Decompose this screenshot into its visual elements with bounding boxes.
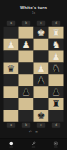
turn-indicator: White's turn (0, 0, 67, 10)
square-c6[interactable] (34, 51, 49, 63)
square-c3[interactable] (34, 86, 49, 98)
piece-wN: ♞ (52, 40, 61, 50)
file-label-a: a (7, 21, 16, 26)
nav-label-smudge (54, 147, 58, 148)
move-controls: ↶ ≡ (0, 130, 67, 134)
board: ♚♜♟♟♞♟♛♟♞♟♟♟♜♚ (4, 27, 64, 122)
square-b6[interactable] (19, 51, 34, 63)
square-a7[interactable]: ♟ (4, 39, 19, 51)
file-label-a: a (7, 123, 16, 128)
bottom-nav (0, 138, 67, 150)
piece-wP: ♟ (22, 40, 31, 50)
file-label-b: b (22, 21, 31, 26)
nav-label-smudge (9, 147, 13, 148)
square-b2[interactable] (19, 98, 34, 110)
square-b3[interactable]: ♟ (19, 86, 34, 98)
piece-wR: ♜ (52, 28, 61, 38)
file-label-c: c (37, 21, 46, 26)
piece-bP: ♟ (37, 75, 46, 85)
piece-bK: ♚ (37, 111, 46, 121)
nav-item-rules[interactable] (54, 141, 59, 147)
square-c1[interactable]: ♚ (34, 110, 49, 122)
wrench-icon (31, 141, 36, 146)
file-label-d: d (52, 21, 61, 26)
square-d3[interactable]: ♟ (49, 86, 64, 98)
square-c8[interactable]: ♚ (34, 27, 49, 39)
piece-bQ: ♛ (7, 64, 16, 74)
nav-label-smudge (32, 147, 36, 148)
piece-wP: ♟ (7, 40, 16, 50)
square-a2[interactable] (4, 98, 19, 110)
square-a6[interactable] (4, 51, 19, 63)
nav-item-board[interactable] (9, 141, 14, 147)
square-a5[interactable]: ♛ (4, 62, 19, 74)
square-a3[interactable] (4, 86, 19, 98)
square-d6[interactable]: ♟ (49, 51, 64, 63)
file-labels-bottom: abcd (4, 123, 64, 128)
piece-bR: ♜ (52, 99, 61, 109)
square-c4[interactable]: ♟ (34, 74, 49, 86)
square-d1[interactable] (49, 110, 64, 122)
square-b1[interactable] (19, 110, 34, 122)
nav-item-tools[interactable] (31, 141, 36, 147)
file-labels-top: abcd (4, 21, 64, 26)
app-screen: White's turn 1s abcd ♚♜♟♟♞♟♛♟♞♟♟♟♜♚ abcd… (0, 0, 67, 150)
square-a4[interactable] (4, 74, 19, 86)
piece-bP: ♟ (52, 87, 61, 97)
square-b5[interactable] (19, 62, 34, 74)
square-d8[interactable]: ♜ (49, 27, 64, 39)
piece-wK: ♚ (37, 28, 46, 38)
square-c5[interactable]: ♟ (34, 62, 49, 74)
disc-icon (9, 141, 14, 146)
piece-bN: ♞ (52, 64, 61, 74)
frame-icon (54, 141, 59, 146)
file-label-c: c (37, 123, 46, 128)
square-c7[interactable] (34, 39, 49, 51)
square-a1[interactable] (4, 110, 19, 122)
square-d4[interactable] (49, 74, 64, 86)
piece-wP: ♟ (37, 64, 46, 74)
piece-bP: ♟ (22, 87, 31, 97)
square-d2[interactable]: ♜ (49, 98, 64, 110)
square-c2[interactable] (34, 98, 49, 110)
square-b7[interactable]: ♟ (19, 39, 34, 51)
square-d5[interactable]: ♞ (49, 62, 64, 74)
square-a8[interactable] (4, 27, 19, 39)
menu-icon[interactable]: ≡ (35, 130, 38, 134)
undo-icon[interactable]: ↶ (29, 130, 32, 134)
timer-text: 1s (0, 12, 67, 15)
file-label-d: d (52, 123, 61, 128)
square-b4[interactable] (19, 74, 34, 86)
file-label-b: b (22, 123, 31, 128)
square-d7[interactable]: ♞ (49, 39, 64, 51)
piece-wP: ♟ (52, 52, 61, 62)
square-b8[interactable] (19, 27, 34, 39)
